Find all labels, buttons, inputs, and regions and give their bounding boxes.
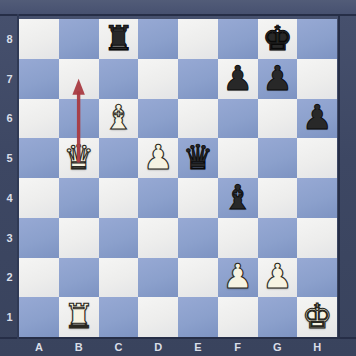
frame-top-strip bbox=[0, 0, 356, 14]
square-f8[interactable] bbox=[218, 19, 258, 59]
piece-white-pawn[interactable]: ♟ bbox=[222, 259, 252, 293]
square-d5[interactable]: ♟ bbox=[138, 138, 178, 178]
square-b6[interactable] bbox=[59, 99, 99, 139]
square-a5[interactable] bbox=[19, 138, 59, 178]
square-h2[interactable] bbox=[297, 258, 337, 298]
square-g2[interactable]: ♟ bbox=[258, 258, 298, 298]
square-g8[interactable]: ♚ bbox=[258, 19, 298, 59]
square-a7[interactable] bbox=[19, 59, 59, 99]
piece-black-queen[interactable]: ♛ bbox=[183, 140, 213, 174]
square-c4[interactable] bbox=[99, 178, 139, 218]
file-label-a: A bbox=[19, 338, 59, 355]
square-c6[interactable]: ♝ bbox=[99, 99, 139, 139]
square-a6[interactable] bbox=[19, 99, 59, 139]
square-g4[interactable] bbox=[258, 178, 298, 218]
square-g3[interactable] bbox=[258, 218, 298, 258]
square-a4[interactable] bbox=[19, 178, 59, 218]
square-b3[interactable] bbox=[59, 218, 99, 258]
square-a2[interactable] bbox=[19, 258, 59, 298]
file-label-h: H bbox=[297, 338, 337, 355]
square-g7[interactable]: ♟ bbox=[258, 59, 298, 99]
square-e2[interactable] bbox=[178, 258, 218, 298]
square-f5[interactable] bbox=[218, 138, 258, 178]
square-e3[interactable] bbox=[178, 218, 218, 258]
piece-white-pawn[interactable]: ♟ bbox=[143, 140, 173, 174]
piece-white-king[interactable]: ♚ bbox=[302, 299, 332, 333]
frame-top-edge bbox=[0, 14, 356, 16]
square-d4[interactable] bbox=[138, 178, 178, 218]
square-f3[interactable] bbox=[218, 218, 258, 258]
square-h1[interactable]: ♚ bbox=[297, 297, 337, 337]
rank-label-8: 8 bbox=[0, 19, 19, 59]
file-labels: ABCDEFGH bbox=[19, 338, 337, 355]
square-d3[interactable] bbox=[138, 218, 178, 258]
chess-board[interactable]: ♜♚♟♟♝♟♛♟♛♝♟♟♜♚ bbox=[19, 19, 337, 337]
piece-black-pawn[interactable]: ♟ bbox=[262, 61, 292, 95]
square-c5[interactable] bbox=[99, 138, 139, 178]
square-g6[interactable] bbox=[258, 99, 298, 139]
square-f1[interactable] bbox=[218, 297, 258, 337]
square-e4[interactable] bbox=[178, 178, 218, 218]
square-f6[interactable] bbox=[218, 99, 258, 139]
rank-label-3: 3 bbox=[0, 218, 19, 258]
square-b4[interactable] bbox=[59, 178, 99, 218]
rank-label-2: 2 bbox=[0, 258, 19, 298]
square-e6[interactable] bbox=[178, 99, 218, 139]
square-d1[interactable] bbox=[138, 297, 178, 337]
rank-label-1: 1 bbox=[0, 297, 19, 337]
square-c7[interactable] bbox=[99, 59, 139, 99]
file-label-c: C bbox=[99, 338, 139, 355]
chessboard-widget: 87654321 ♜♚♟♟♝♟♛♟♛♝♟♟♜♚ ABCDEFGH bbox=[0, 0, 356, 356]
square-h8[interactable] bbox=[297, 19, 337, 59]
piece-white-rook[interactable]: ♜ bbox=[63, 299, 93, 333]
square-c3[interactable] bbox=[99, 218, 139, 258]
square-c1[interactable] bbox=[99, 297, 139, 337]
square-d2[interactable] bbox=[138, 258, 178, 298]
square-h3[interactable] bbox=[297, 218, 337, 258]
rank-label-6: 6 bbox=[0, 99, 19, 139]
square-h7[interactable] bbox=[297, 59, 337, 99]
square-f2[interactable]: ♟ bbox=[218, 258, 258, 298]
square-c2[interactable] bbox=[99, 258, 139, 298]
square-e5[interactable]: ♛ bbox=[178, 138, 218, 178]
square-b8[interactable] bbox=[59, 19, 99, 59]
file-label-g: G bbox=[258, 338, 298, 355]
square-d8[interactable] bbox=[138, 19, 178, 59]
square-e7[interactable] bbox=[178, 59, 218, 99]
square-g5[interactable] bbox=[258, 138, 298, 178]
square-a3[interactable] bbox=[19, 218, 59, 258]
piece-black-pawn[interactable]: ♟ bbox=[302, 100, 332, 134]
square-f7[interactable]: ♟ bbox=[218, 59, 258, 99]
piece-black-pawn[interactable]: ♟ bbox=[222, 61, 252, 95]
file-label-f: F bbox=[218, 338, 258, 355]
piece-white-queen[interactable]: ♛ bbox=[63, 140, 93, 174]
piece-white-bishop[interactable]: ♝ bbox=[103, 100, 133, 134]
file-label-b: B bbox=[59, 338, 99, 355]
square-f4[interactable]: ♝ bbox=[218, 178, 258, 218]
square-e1[interactable] bbox=[178, 297, 218, 337]
square-a8[interactable] bbox=[19, 19, 59, 59]
square-b1[interactable]: ♜ bbox=[59, 297, 99, 337]
square-c8[interactable]: ♜ bbox=[99, 19, 139, 59]
rank-label-4: 4 bbox=[0, 178, 19, 218]
file-label-e: E bbox=[178, 338, 218, 355]
square-d6[interactable] bbox=[138, 99, 178, 139]
square-g1[interactable] bbox=[258, 297, 298, 337]
rank-labels: 87654321 bbox=[0, 19, 19, 337]
rank-label-7: 7 bbox=[0, 59, 19, 99]
square-d7[interactable] bbox=[138, 59, 178, 99]
piece-black-rook[interactable]: ♜ bbox=[103, 21, 133, 55]
file-label-d: D bbox=[138, 338, 178, 355]
square-b5[interactable]: ♛ bbox=[59, 138, 99, 178]
frame-right-edge bbox=[338, 14, 340, 339]
square-h6[interactable]: ♟ bbox=[297, 99, 337, 139]
square-e8[interactable] bbox=[178, 19, 218, 59]
square-b2[interactable] bbox=[59, 258, 99, 298]
rank-label-5: 5 bbox=[0, 138, 19, 178]
piece-black-bishop[interactable]: ♝ bbox=[222, 180, 252, 214]
square-b7[interactable] bbox=[59, 59, 99, 99]
square-h4[interactable] bbox=[297, 178, 337, 218]
square-h5[interactable] bbox=[297, 138, 337, 178]
piece-black-king[interactable]: ♚ bbox=[262, 21, 292, 55]
piece-white-pawn[interactable]: ♟ bbox=[262, 259, 292, 293]
square-a1[interactable] bbox=[19, 297, 59, 337]
